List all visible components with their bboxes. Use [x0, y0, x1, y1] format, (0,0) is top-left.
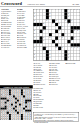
cell-number: 21	[46, 20, 47, 21]
clue-columns-under-grid: 32 Not you34 Tire surface35 Time past36 …	[33, 63, 80, 86]
cell-number: 24	[71, 20, 72, 21]
phone-info-box: For answers, call 1-900-285-5656, $1.20 …	[33, 113, 79, 122]
cell-number: 63	[34, 50, 35, 51]
cell-number: 36	[74, 30, 75, 31]
previous-solution-grid: JABSSCRAPACTSAGUETENORBOARMIREENACTLORES…	[1, 89, 32, 120]
editor-byline: Edited by Will Shortz	[28, 3, 45, 5]
clue-item: 68 Robin's home	[65, 63, 80, 65]
cell-number: 3	[40, 9, 41, 10]
cell-number: 62	[77, 47, 78, 48]
down-clue-column: DOWN 1 Sharp pokes2 Fever chill3 Deep mu…	[17, 8, 32, 85]
cell-number: 66	[58, 50, 59, 51]
cell-number: 32	[62, 26, 63, 27]
cell-number: 8	[58, 9, 59, 10]
cell-number: 25	[43, 23, 44, 24]
cell-number: 7	[55, 9, 56, 10]
cell-number: 30	[37, 26, 38, 27]
clue-item: 67 Bread riser	[49, 83, 64, 85]
cell-number: 64	[43, 50, 44, 51]
cell-number: 23	[65, 20, 66, 21]
cell-number: 9	[62, 9, 63, 10]
cell-number: 72	[49, 57, 50, 58]
cell-number: 68	[34, 54, 35, 55]
cell-number: 42	[43, 37, 44, 38]
cell-number: 44	[58, 37, 59, 38]
page-title: Crossword	[1, 1, 22, 6]
cell-number: 37	[77, 30, 78, 31]
cell-number: 35	[58, 30, 59, 31]
cell-number: 58	[55, 47, 56, 48]
crossword-grid[interactable]: 1234567891011121314151617181920212223242…	[33, 9, 80, 61]
cell-number: 16	[68, 13, 69, 14]
across-clue-column: ACROSS 1 Quick punches5 Junk heap10 Stag…	[1, 8, 16, 85]
cell-number: 54	[58, 43, 59, 44]
cell-number: 13	[77, 9, 78, 10]
footer-line: Online subscriptions: Today's puzzle and…	[34, 120, 78, 123]
cell-number: 65	[49, 50, 50, 51]
down-clue-list: 1 Sharp pokes2 Fever chill3 Deep mud4 Lo…	[17, 11, 32, 48]
cell-number: 41	[34, 37, 35, 38]
cell-number: 70	[68, 54, 69, 55]
across-clue-list: 1 Quick punches5 Junk heap10 Stage jobs1…	[1, 11, 16, 48]
cell-number: 60	[71, 47, 72, 48]
cell-number: 17	[34, 16, 35, 17]
cell-number: 18	[49, 16, 50, 17]
cell-number: 20	[34, 20, 35, 21]
solution-letter: T	[29, 118, 31, 120]
cell-number: 5	[49, 9, 50, 10]
cell-number: 39	[52, 33, 53, 34]
cell-number: 49	[71, 40, 72, 41]
cell-number: 40	[65, 33, 66, 34]
cell-number: 19	[68, 16, 69, 17]
cell-number: 22	[55, 20, 56, 21]
puzzle-number: No. 0323	[72, 4, 79, 6]
clue-item: 31 Thick slice	[1, 46, 16, 48]
cell-number: 53	[52, 43, 53, 44]
cell-number: 6	[52, 9, 53, 10]
cell-number: 34	[43, 30, 44, 31]
cell-number: 15	[49, 13, 50, 14]
cell-number: 27	[58, 23, 59, 24]
cell-number: 29	[34, 26, 35, 27]
cell-number: 10	[68, 9, 69, 10]
answer-banner: ANSWER TO PREVIOUS PUZZLE	[0, 85, 33, 88]
cell-number: 52	[40, 43, 41, 44]
cell-number: 61	[74, 47, 75, 48]
cell-number: 33	[34, 30, 35, 31]
solution-cell: T	[29, 118, 31, 120]
cell-number: 55	[68, 43, 69, 44]
cell-number: 14	[34, 13, 35, 14]
cell-number: 4	[43, 9, 44, 10]
cell-number: 46	[74, 37, 75, 38]
cell-number: 67	[68, 50, 69, 51]
cell-number: 45	[62, 37, 63, 38]
clue-columns-lower-right: 41 Bygone days46 Wipe out47 Torn cloth48…	[33, 88, 80, 112]
cell-number: 51	[37, 43, 38, 44]
cell-number: 47	[43, 40, 44, 41]
clue-item: 61 Stage setting	[33, 106, 48, 108]
cell-number: 31	[46, 26, 47, 27]
cell-number: 56	[34, 47, 35, 48]
grid-cell[interactable]	[77, 57, 80, 60]
cell-number: 38	[34, 33, 35, 34]
cell-number: 59	[62, 47, 63, 48]
cell-number: 12	[74, 9, 75, 10]
clue-item: 39 Knotty bump	[17, 46, 32, 48]
newspaper-crossword-page: Crossword Edited by Will Shortz No. 0323…	[0, 0, 80, 123]
cell-number: 28	[68, 23, 69, 24]
cell-number: 43	[49, 37, 50, 38]
cell-number: 11	[71, 9, 72, 10]
cell-number: 69	[49, 54, 50, 55]
clue-item: 46 Rubbed-out spot	[33, 83, 48, 85]
cell-number: 73	[68, 57, 69, 58]
cell-number: 50	[34, 43, 35, 44]
cell-number: 71	[34, 57, 35, 58]
cell-number: 26	[52, 23, 53, 24]
cell-number: 57	[46, 47, 47, 48]
cell-number: 2	[37, 9, 38, 10]
cell-number: 1	[34, 9, 35, 10]
cell-number: 48	[55, 40, 56, 41]
